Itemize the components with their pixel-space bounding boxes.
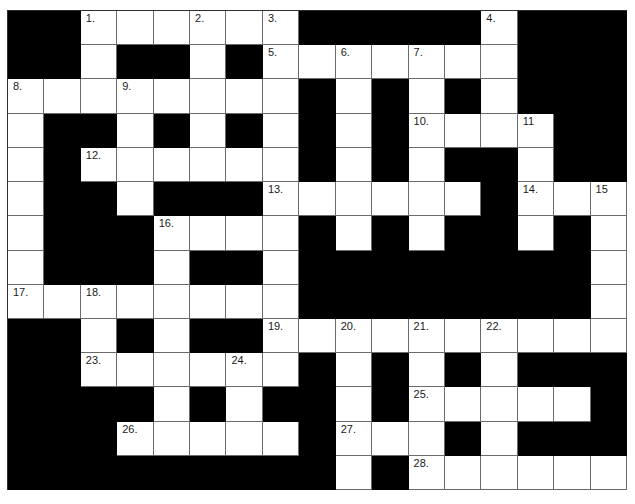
block-cell-r6c3 xyxy=(81,182,117,216)
cell-r11c14[interactable] xyxy=(481,353,517,387)
cell-r7c17[interactable] xyxy=(591,216,627,250)
block-cell-r1c2 xyxy=(44,11,80,45)
block-cell-r11c1 xyxy=(8,353,44,387)
block-cell-r10c7 xyxy=(226,319,262,353)
block-cell-r3c13 xyxy=(445,79,481,113)
cell-r3c6[interactable] xyxy=(190,79,226,113)
cell-r8c8[interactable] xyxy=(263,251,299,285)
cell-r1c6[interactable]: 2. xyxy=(190,11,226,45)
cell-r10c12[interactable]: 21. xyxy=(409,319,445,353)
clue-number-13: 13. xyxy=(268,183,283,196)
cell-r6c17[interactable]: 15 xyxy=(591,182,627,216)
cell-r2c8[interactable]: 5. xyxy=(263,45,299,79)
cell-r4c8[interactable] xyxy=(263,114,299,148)
block-cell-r5c14 xyxy=(481,148,517,182)
cell-r13c6[interactable] xyxy=(190,422,226,456)
cell-r3c5[interactable] xyxy=(154,79,190,113)
block-cell-r13c13 xyxy=(445,422,481,456)
clue-number-1: 1. xyxy=(86,12,95,25)
block-cell-r11c11 xyxy=(372,353,408,387)
clue-number-15: 15 xyxy=(596,183,608,196)
cell-r9c6[interactable] xyxy=(190,285,226,319)
clue-number-16: 16. xyxy=(159,217,174,230)
cell-r4c4[interactable] xyxy=(117,114,153,148)
block-cell-r8c10 xyxy=(336,251,372,285)
block-cell-r3c11 xyxy=(372,79,408,113)
block-cell-r8c6 xyxy=(190,251,226,285)
clue-number-6: 6. xyxy=(341,46,350,59)
cell-r7c12[interactable] xyxy=(409,216,445,250)
clue-number-27: 27. xyxy=(341,423,356,436)
cell-r2c12[interactable]: 7. xyxy=(409,45,445,79)
block-cell-r4c7 xyxy=(226,114,262,148)
cell-r3c7[interactable] xyxy=(226,79,262,113)
cell-r3c3[interactable] xyxy=(81,79,117,113)
clue-number-22: 22. xyxy=(486,320,501,333)
block-cell-r14c7 xyxy=(226,456,262,490)
cell-r10c3[interactable] xyxy=(81,319,117,353)
block-cell-r9c15 xyxy=(518,285,554,319)
cell-r3c8[interactable] xyxy=(263,79,299,113)
cell-r10c17[interactable] xyxy=(591,319,627,353)
block-cell-r12c3 xyxy=(81,387,117,421)
block-cell-r4c5 xyxy=(154,114,190,148)
block-cell-r7c4 xyxy=(117,216,153,250)
block-cell-r4c17 xyxy=(591,114,627,148)
clue-number-19: 19. xyxy=(268,320,283,333)
block-cell-r6c2 xyxy=(44,182,80,216)
cell-r10c8[interactable]: 19. xyxy=(263,319,299,353)
cell-r12c16[interactable] xyxy=(554,387,590,421)
cell-r12c13[interactable] xyxy=(445,387,481,421)
cell-r6c9[interactable] xyxy=(299,182,335,216)
block-cell-r13c17 xyxy=(591,422,627,456)
cell-r3c10[interactable] xyxy=(336,79,372,113)
clue-number-26: 26. xyxy=(122,423,137,436)
cell-r6c11[interactable] xyxy=(372,182,408,216)
block-cell-r14c9 xyxy=(299,456,335,490)
block-cell-r4c11 xyxy=(372,114,408,148)
block-cell-r11c9 xyxy=(299,353,335,387)
cell-r12c10[interactable] xyxy=(336,387,372,421)
block-cell-r14c4 xyxy=(117,456,153,490)
cell-r3c4[interactable]: 9. xyxy=(117,79,153,113)
cell-r14c16[interactable] xyxy=(554,456,590,490)
cell-r13c14[interactable] xyxy=(481,422,517,456)
cell-r1c3[interactable]: 1. xyxy=(81,11,117,45)
block-cell-r4c3 xyxy=(81,114,117,148)
block-cell-r5c13 xyxy=(445,148,481,182)
block-cell-r2c2 xyxy=(44,45,80,79)
cell-r2c14[interactable] xyxy=(481,45,517,79)
block-cell-r13c2 xyxy=(44,422,80,456)
cell-r5c10[interactable] xyxy=(336,148,372,182)
block-cell-r12c17 xyxy=(591,387,627,421)
cell-r5c7[interactable] xyxy=(226,148,262,182)
clue-number-24: 24. xyxy=(231,354,246,367)
block-cell-r12c8 xyxy=(263,387,299,421)
block-cell-r12c2 xyxy=(44,387,80,421)
block-cell-r10c6 xyxy=(190,319,226,353)
cell-r4c15[interactable]: 11 xyxy=(518,114,554,148)
block-cell-r5c9 xyxy=(299,148,335,182)
cell-r11c5[interactable] xyxy=(154,353,190,387)
cell-r4c13[interactable] xyxy=(445,114,481,148)
block-cell-r2c5 xyxy=(154,45,190,79)
block-cell-r9c10 xyxy=(336,285,372,319)
block-cell-r9c9 xyxy=(299,285,335,319)
clue-number-8: 8. xyxy=(13,80,22,93)
cell-r6c8[interactable]: 13. xyxy=(263,182,299,216)
cell-r9c4[interactable] xyxy=(117,285,153,319)
block-cell-r9c11 xyxy=(372,285,408,319)
crossword-grid: 1.2.3.4.5.6.7.8.9.10.1112.13.14.1516.17.… xyxy=(7,10,627,490)
block-cell-r9c13 xyxy=(445,285,481,319)
block-cell-r5c16 xyxy=(554,148,590,182)
block-cell-r7c3 xyxy=(81,216,117,250)
cell-r2c13[interactable] xyxy=(445,45,481,79)
block-cell-r3c17 xyxy=(591,79,627,113)
cell-r10c13[interactable] xyxy=(445,319,481,353)
cell-r13c10[interactable]: 27. xyxy=(336,422,372,456)
clue-number-2: 2. xyxy=(195,12,204,25)
block-cell-r2c7 xyxy=(226,45,262,79)
cell-r7c6[interactable] xyxy=(190,216,226,250)
cell-r12c5[interactable] xyxy=(154,387,190,421)
cell-r3c1[interactable]: 8. xyxy=(8,79,44,113)
block-cell-r12c11 xyxy=(372,387,408,421)
clue-number-18: 18. xyxy=(86,286,101,299)
cell-r10c9[interactable] xyxy=(299,319,335,353)
block-cell-r13c9 xyxy=(299,422,335,456)
cell-r6c16[interactable] xyxy=(554,182,590,216)
cell-r13c5[interactable] xyxy=(154,422,190,456)
cell-r13c7[interactable] xyxy=(226,422,262,456)
cell-r5c12[interactable] xyxy=(409,148,445,182)
block-cell-r14c11 xyxy=(372,456,408,490)
cell-r10c5[interactable] xyxy=(154,319,190,353)
cell-r5c1[interactable] xyxy=(8,148,44,182)
cell-r8c5[interactable] xyxy=(154,251,190,285)
cell-r5c15[interactable] xyxy=(518,148,554,182)
cell-r10c11[interactable] xyxy=(372,319,408,353)
cell-r1c5[interactable] xyxy=(154,11,190,45)
block-cell-r1c11 xyxy=(372,11,408,45)
block-cell-r7c9 xyxy=(299,216,335,250)
block-cell-r8c14 xyxy=(481,251,517,285)
cell-r5c4[interactable] xyxy=(117,148,153,182)
cell-r6c4[interactable] xyxy=(117,182,153,216)
cell-r5c5[interactable] xyxy=(154,148,190,182)
cell-r3c14[interactable] xyxy=(481,79,517,113)
block-cell-r2c4 xyxy=(117,45,153,79)
clue-number-12: 12. xyxy=(86,149,101,162)
clue-number-3: 3. xyxy=(268,12,277,25)
cell-r7c8[interactable] xyxy=(263,216,299,250)
cell-r6c13[interactable] xyxy=(445,182,481,216)
cell-r11c6[interactable] xyxy=(190,353,226,387)
clue-number-4: 4. xyxy=(486,12,495,25)
block-cell-r3c9 xyxy=(299,79,335,113)
block-cell-r12c6 xyxy=(190,387,226,421)
cell-r11c8[interactable] xyxy=(263,353,299,387)
cell-r9c7[interactable] xyxy=(226,285,262,319)
block-cell-r5c11 xyxy=(372,148,408,182)
cell-r9c2[interactable] xyxy=(44,285,80,319)
block-cell-r8c2 xyxy=(44,251,80,285)
cell-r14c15[interactable] xyxy=(518,456,554,490)
cell-r1c8[interactable]: 3. xyxy=(263,11,299,45)
clue-number-25: 25. xyxy=(414,388,429,401)
block-cell-r9c14 xyxy=(481,285,517,319)
block-cell-r6c14 xyxy=(481,182,517,216)
block-cell-r3c15 xyxy=(518,79,554,113)
block-cell-r14c5 xyxy=(154,456,190,490)
cell-r5c3[interactable]: 12. xyxy=(81,148,117,182)
cell-r7c7[interactable] xyxy=(226,216,262,250)
clue-number-17: 17. xyxy=(13,286,28,299)
block-cell-r8c11 xyxy=(372,251,408,285)
cell-r10c15[interactable] xyxy=(518,319,554,353)
block-cell-r13c15 xyxy=(518,422,554,456)
clue-number-9: 9. xyxy=(122,80,131,93)
cell-r9c3[interactable]: 18. xyxy=(81,285,117,319)
cell-r2c10[interactable]: 6. xyxy=(336,45,372,79)
cell-r10c14[interactable]: 22. xyxy=(481,319,517,353)
cell-r10c16[interactable] xyxy=(554,319,590,353)
block-cell-r10c2 xyxy=(44,319,80,353)
block-cell-r12c4 xyxy=(117,387,153,421)
block-cell-r1c15 xyxy=(518,11,554,45)
cell-r11c3[interactable]: 23. xyxy=(81,353,117,387)
block-cell-r6c7 xyxy=(226,182,262,216)
block-cell-r9c12 xyxy=(409,285,445,319)
cell-r14c12[interactable]: 28. xyxy=(409,456,445,490)
block-cell-r2c17 xyxy=(591,45,627,79)
cell-r14c10[interactable] xyxy=(336,456,372,490)
block-cell-r7c11 xyxy=(372,216,408,250)
block-cell-r11c16 xyxy=(554,353,590,387)
cell-r1c4[interactable] xyxy=(117,11,153,45)
block-cell-r13c3 xyxy=(81,422,117,456)
cell-r13c12[interactable] xyxy=(409,422,445,456)
cell-r4c12[interactable]: 10. xyxy=(409,114,445,148)
block-cell-r10c4 xyxy=(117,319,153,353)
cell-r10c10[interactable]: 20. xyxy=(336,319,372,353)
block-cell-r8c3 xyxy=(81,251,117,285)
clue-number-7: 7. xyxy=(414,46,423,59)
block-cell-r2c16 xyxy=(554,45,590,79)
cell-r3c2[interactable] xyxy=(44,79,80,113)
cell-r5c6[interactable] xyxy=(190,148,226,182)
block-cell-r8c4 xyxy=(117,251,153,285)
cell-r2c3[interactable] xyxy=(81,45,117,79)
block-cell-r14c2 xyxy=(44,456,80,490)
clue-number-23: 23. xyxy=(86,354,101,367)
block-cell-r11c2 xyxy=(44,353,80,387)
cell-r9c1[interactable]: 17. xyxy=(8,285,44,319)
cell-r4c6[interactable] xyxy=(190,114,226,148)
block-cell-r13c16 xyxy=(554,422,590,456)
block-cell-r14c8 xyxy=(263,456,299,490)
cell-r1c14[interactable]: 4. xyxy=(481,11,517,45)
cell-r4c14[interactable] xyxy=(481,114,517,148)
cell-r6c1[interactable] xyxy=(8,182,44,216)
clue-number-14: 14. xyxy=(523,183,538,196)
block-cell-r9c16 xyxy=(554,285,590,319)
block-cell-r14c3 xyxy=(81,456,117,490)
cell-r11c12[interactable] xyxy=(409,353,445,387)
block-cell-r5c2 xyxy=(44,148,80,182)
block-cell-r8c12 xyxy=(409,251,445,285)
cell-r13c11[interactable] xyxy=(372,422,408,456)
cell-r11c7[interactable]: 24. xyxy=(226,353,262,387)
clue-number-28: 28. xyxy=(414,457,429,470)
cell-r13c4[interactable]: 26. xyxy=(117,422,153,456)
clue-number-21: 21. xyxy=(414,320,429,333)
block-cell-r1c12 xyxy=(409,11,445,45)
clue-number-20: 20. xyxy=(341,320,356,333)
cell-r12c15[interactable] xyxy=(518,387,554,421)
block-cell-r8c13 xyxy=(445,251,481,285)
cell-r2c6[interactable] xyxy=(190,45,226,79)
block-cell-r1c16 xyxy=(554,11,590,45)
block-cell-r4c2 xyxy=(44,114,80,148)
block-cell-r1c10 xyxy=(336,11,372,45)
clue-number-5: 5. xyxy=(268,46,277,59)
cell-r6c10[interactable] xyxy=(336,182,372,216)
block-cell-r1c1 xyxy=(8,11,44,45)
cell-r4c1[interactable] xyxy=(8,114,44,148)
cell-r12c7[interactable] xyxy=(226,387,262,421)
cell-r7c1[interactable] xyxy=(8,216,44,250)
block-cell-r2c15 xyxy=(518,45,554,79)
block-cell-r14c1 xyxy=(8,456,44,490)
block-cell-r6c6 xyxy=(190,182,226,216)
block-cell-r8c15 xyxy=(518,251,554,285)
cell-r11c10[interactable] xyxy=(336,353,372,387)
block-cell-r7c2 xyxy=(44,216,80,250)
cell-r1c7[interactable] xyxy=(226,11,262,45)
block-cell-r4c9 xyxy=(299,114,335,148)
block-cell-r6c5 xyxy=(154,182,190,216)
cell-r4c10[interactable] xyxy=(336,114,372,148)
block-cell-r1c17 xyxy=(591,11,627,45)
cell-r9c5[interactable] xyxy=(154,285,190,319)
block-cell-r12c1 xyxy=(8,387,44,421)
block-cell-r11c15 xyxy=(518,353,554,387)
crossword-page: 1.2.3.4.5.6.7.8.9.10.1112.13.14.1516.17.… xyxy=(0,0,635,504)
cell-r7c10[interactable] xyxy=(336,216,372,250)
block-cell-r2c1 xyxy=(8,45,44,79)
block-cell-r10c1 xyxy=(8,319,44,353)
cell-r9c8[interactable] xyxy=(263,285,299,319)
cell-r14c17[interactable] xyxy=(591,456,627,490)
block-cell-r14c6 xyxy=(190,456,226,490)
block-cell-r8c16 xyxy=(554,251,590,285)
cell-r6c15[interactable]: 14. xyxy=(518,182,554,216)
cell-r12c12[interactable]: 25. xyxy=(409,387,445,421)
cell-r13c8[interactable] xyxy=(263,422,299,456)
cell-r8c17[interactable] xyxy=(591,251,627,285)
block-cell-r3c16 xyxy=(554,79,590,113)
cell-r2c11[interactable] xyxy=(372,45,408,79)
cell-r9c17[interactable] xyxy=(591,285,627,319)
cell-r5c8[interactable] xyxy=(263,148,299,182)
block-cell-r7c16 xyxy=(554,216,590,250)
cell-r7c5[interactable]: 16. xyxy=(154,216,190,250)
block-cell-r8c7 xyxy=(226,251,262,285)
clue-number-11: 11 xyxy=(523,115,534,128)
cell-r14c14[interactable] xyxy=(481,456,517,490)
block-cell-r13c1 xyxy=(8,422,44,456)
block-cell-r12c9 xyxy=(299,387,335,421)
block-cell-r11c13 xyxy=(445,353,481,387)
block-cell-r11c17 xyxy=(591,353,627,387)
block-cell-r7c14 xyxy=(481,216,517,250)
block-cell-r1c13 xyxy=(445,11,481,45)
cell-r2c9[interactable] xyxy=(299,45,335,79)
block-cell-r4c16 xyxy=(554,114,590,148)
cell-r6c12[interactable] xyxy=(409,182,445,216)
cell-r12c14[interactable] xyxy=(481,387,517,421)
block-cell-r1c9 xyxy=(299,11,335,45)
clue-number-10: 10. xyxy=(414,115,429,128)
block-cell-r7c13 xyxy=(445,216,481,250)
cell-r14c13[interactable] xyxy=(445,456,481,490)
cell-r8c1[interactable] xyxy=(8,251,44,285)
cell-r11c4[interactable] xyxy=(117,353,153,387)
cell-r3c12[interactable] xyxy=(409,79,445,113)
block-cell-r5c17 xyxy=(591,148,627,182)
block-cell-r8c9 xyxy=(299,251,335,285)
cell-r7c15[interactable] xyxy=(518,216,554,250)
